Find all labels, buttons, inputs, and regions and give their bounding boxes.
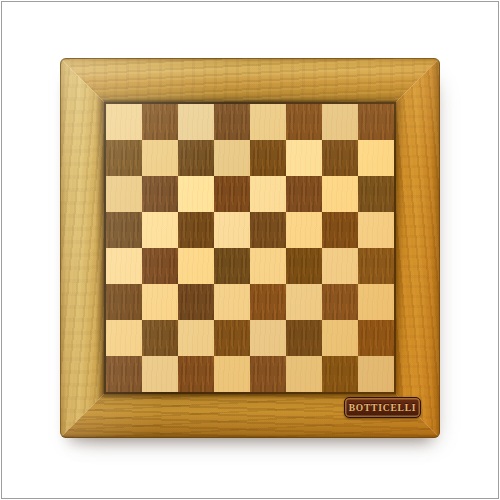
square-e5[interactable] <box>250 212 286 248</box>
square-e1[interactable] <box>250 356 286 392</box>
square-a2[interactable] <box>106 320 142 356</box>
square-g1[interactable] <box>322 356 358 392</box>
square-b3[interactable] <box>142 284 178 320</box>
square-g6[interactable] <box>322 176 358 212</box>
square-c3[interactable] <box>178 284 214 320</box>
square-h4[interactable] <box>358 248 394 284</box>
square-a4[interactable] <box>106 248 142 284</box>
square-e7[interactable] <box>250 140 286 176</box>
board-grid <box>106 104 394 392</box>
square-h3[interactable] <box>358 284 394 320</box>
square-b7[interactable] <box>142 140 178 176</box>
square-a1[interactable] <box>106 356 142 392</box>
square-h7[interactable] <box>358 140 394 176</box>
square-c2[interactable] <box>178 320 214 356</box>
square-f4[interactable] <box>286 248 322 284</box>
board-frame-top-rail <box>60 58 440 102</box>
square-h1[interactable] <box>358 356 394 392</box>
square-b4[interactable] <box>142 248 178 284</box>
square-a5[interactable] <box>106 212 142 248</box>
square-d1[interactable] <box>214 356 250 392</box>
square-h6[interactable] <box>358 176 394 212</box>
square-h2[interactable] <box>358 320 394 356</box>
square-a7[interactable] <box>106 140 142 176</box>
square-b5[interactable] <box>142 212 178 248</box>
product-photo: BOTTICELLI <box>0 0 500 500</box>
square-e2[interactable] <box>250 320 286 356</box>
square-d5[interactable] <box>214 212 250 248</box>
square-c8[interactable] <box>178 104 214 140</box>
square-b1[interactable] <box>142 356 178 392</box>
brand-plaque-label: BOTTICELLI <box>349 403 417 413</box>
square-g3[interactable] <box>322 284 358 320</box>
board-frame-left-rail <box>60 58 104 438</box>
square-g4[interactable] <box>322 248 358 284</box>
square-g8[interactable] <box>322 104 358 140</box>
square-f7[interactable] <box>286 140 322 176</box>
square-d6[interactable] <box>214 176 250 212</box>
square-b2[interactable] <box>142 320 178 356</box>
square-g5[interactable] <box>322 212 358 248</box>
square-f6[interactable] <box>286 176 322 212</box>
square-d2[interactable] <box>214 320 250 356</box>
playing-area <box>104 102 396 394</box>
square-d8[interactable] <box>214 104 250 140</box>
square-f8[interactable] <box>286 104 322 140</box>
square-c6[interactable] <box>178 176 214 212</box>
square-b8[interactable] <box>142 104 178 140</box>
square-g7[interactable] <box>322 140 358 176</box>
square-f2[interactable] <box>286 320 322 356</box>
square-h8[interactable] <box>358 104 394 140</box>
square-f1[interactable] <box>286 356 322 392</box>
square-a8[interactable] <box>106 104 142 140</box>
square-e3[interactable] <box>250 284 286 320</box>
square-g2[interactable] <box>322 320 358 356</box>
chess-board: BOTTICELLI <box>60 58 440 438</box>
square-f3[interactable] <box>286 284 322 320</box>
square-c7[interactable] <box>178 140 214 176</box>
square-a3[interactable] <box>106 284 142 320</box>
square-d7[interactable] <box>214 140 250 176</box>
square-c5[interactable] <box>178 212 214 248</box>
square-c1[interactable] <box>178 356 214 392</box>
square-a6[interactable] <box>106 176 142 212</box>
square-e4[interactable] <box>250 248 286 284</box>
square-e8[interactable] <box>250 104 286 140</box>
brand-plaque: BOTTICELLI <box>344 397 421 418</box>
square-d3[interactable] <box>214 284 250 320</box>
square-h5[interactable] <box>358 212 394 248</box>
square-e6[interactable] <box>250 176 286 212</box>
square-d4[interactable] <box>214 248 250 284</box>
square-c4[interactable] <box>178 248 214 284</box>
board-frame-right-rail <box>396 58 440 438</box>
square-f5[interactable] <box>286 212 322 248</box>
square-b6[interactable] <box>142 176 178 212</box>
